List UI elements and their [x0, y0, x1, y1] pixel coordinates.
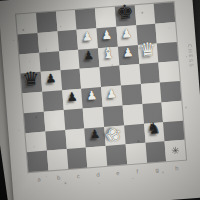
speckle-dot [46, 49, 47, 50]
square-d8 [75, 8, 96, 29]
square-c1 [66, 148, 87, 169]
square-e8 [95, 7, 116, 28]
black-pawn: ♟ [66, 90, 78, 103]
white-pawn: ♟ [86, 89, 98, 102]
board-grid: ♚♟♟♟♟♝♟♛♛♟♟♟♟♟♚♞✳ [16, 2, 186, 172]
square-g4 [140, 82, 161, 103]
square-f4 [121, 84, 142, 105]
file-label: d [88, 170, 108, 180]
square-e3 [103, 105, 124, 126]
square-h4 [160, 81, 181, 102]
square-b1 [47, 149, 68, 170]
square-d3 [83, 107, 104, 128]
speckle-dot [34, 147, 35, 148]
white-pawn: ♟ [122, 46, 134, 59]
square-a2 [25, 131, 46, 152]
square-f5 [119, 64, 140, 85]
black-knight: ♞ [147, 121, 162, 137]
file-label: a [29, 175, 49, 185]
speckle-dot [99, 183, 100, 184]
square-h5 [159, 61, 180, 82]
black-king: ♚ [116, 2, 134, 22]
square-b6 [39, 51, 60, 72]
square-c7 [57, 30, 78, 51]
speckle-dot [165, 84, 166, 85]
square-h2 [163, 120, 184, 141]
square-a4 [22, 92, 43, 113]
square-c3 [63, 108, 84, 129]
speckle-dot [132, 178, 133, 179]
square-b7 [37, 31, 58, 52]
speckle-dot [141, 12, 143, 14]
file-label: f [127, 167, 147, 177]
square-a1 [27, 151, 48, 172]
black-pawn: ♟ [89, 128, 101, 141]
photo-frame: ♚♟♟♟♟♝♟♛♛♟♟♟♟♟♚♞✳ abcdefgh CHESS [0, 0, 200, 200]
side-brand-text: CHESS [187, 44, 195, 69]
square-h7 [155, 22, 176, 43]
square-g1 [145, 142, 166, 163]
square-d1 [86, 146, 107, 167]
square-f1 [125, 143, 146, 164]
speckle-dot [60, 26, 61, 27]
speckle-dot [18, 130, 19, 131]
white-pawn: ♟ [106, 87, 118, 100]
square-b3 [44, 110, 65, 131]
corner-emblem-icon: ✳ [171, 145, 181, 157]
white-pawn: ♟ [101, 28, 113, 41]
file-label: g [147, 165, 167, 175]
speckle-dot [13, 40, 14, 41]
black-pawn: ♟ [45, 72, 57, 85]
square-f3 [122, 104, 143, 125]
square-a7 [18, 33, 39, 54]
board-paper: ♚♟♟♟♟♝♟♛♛♟♟♟♟♟♚♞✳ abcdefgh CHESS [0, 0, 200, 200]
speckle-dot [29, 61, 30, 62]
square-e5 [100, 66, 121, 87]
white-queen: ♛ [138, 40, 156, 60]
speckle-dot [97, 41, 98, 42]
white-pawn: ♟ [81, 30, 93, 43]
square-h8 [154, 2, 175, 23]
square-d5 [80, 67, 101, 88]
square-a3 [24, 111, 45, 132]
square-g5 [139, 63, 160, 84]
speckle-dot [137, 140, 139, 142]
file-label: h [167, 164, 187, 174]
white-pawn: ♟ [121, 27, 133, 40]
square-b8 [36, 11, 57, 32]
square-b4 [42, 90, 63, 111]
square-a8 [16, 13, 37, 34]
speckle-dot [35, 116, 37, 118]
square-h3 [162, 101, 183, 122]
file-label: b [49, 173, 69, 183]
file-label: c [68, 171, 88, 181]
speckle-dot [169, 28, 170, 29]
square-c2 [65, 128, 86, 149]
square-b2 [45, 130, 66, 151]
black-queen: ♛ [22, 69, 40, 89]
square-h6 [157, 42, 178, 63]
speckle-dot [64, 182, 66, 184]
square-c5 [60, 69, 81, 90]
white-bishop: ♝ [101, 46, 116, 62]
speckle-dot [186, 56, 187, 57]
speckle-dot [185, 106, 187, 108]
black-pawn: ♟ [83, 50, 95, 63]
file-label: e [108, 168, 128, 178]
square-c6 [59, 49, 80, 70]
square-g8 [134, 4, 155, 25]
square-c8 [55, 10, 76, 31]
